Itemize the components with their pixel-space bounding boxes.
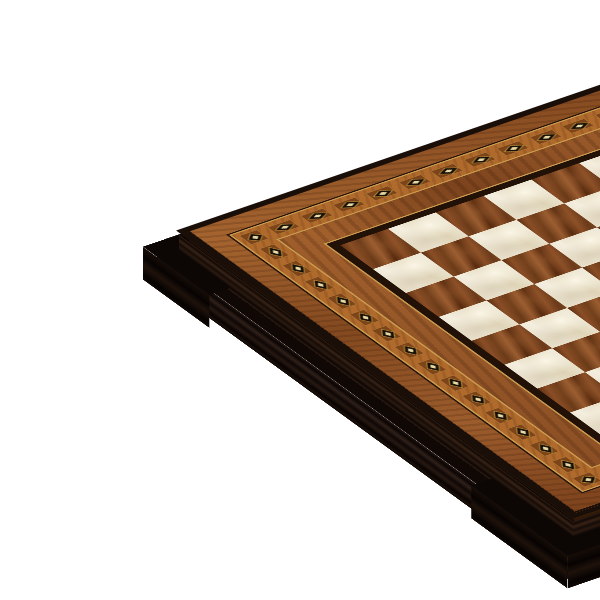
- inlay-diamond-core: [428, 364, 438, 370]
- inlay-diamond: [375, 327, 402, 342]
- inlay-diamond-outline: [371, 188, 395, 199]
- inlay-diamond-core: [377, 191, 388, 196]
- inlay-diamond: [285, 261, 312, 276]
- inlay-tile: [239, 230, 270, 245]
- inlay-diamond-core: [563, 462, 573, 468]
- inlay-diamond-outline: [535, 132, 559, 143]
- inlay-diamond: [510, 425, 537, 440]
- inlay-diamond-outline: [577, 474, 599, 485]
- inlay-diamond-outline: [489, 410, 511, 422]
- inlay-diamond: [465, 392, 492, 407]
- inlay-diamond-outline: [273, 222, 297, 233]
- inlay-diamond-core: [473, 397, 483, 403]
- inlay-diamond-core: [293, 266, 303, 272]
- inlay-diamond: [575, 473, 600, 486]
- inlay-diamond-outline: [557, 459, 579, 471]
- inlay-diamond-core: [443, 168, 454, 173]
- inlay-diamond-outline: [534, 442, 556, 454]
- inlay-diamond-core: [383, 331, 393, 337]
- inlay-diamond-core: [574, 123, 585, 128]
- inlay-diamond-core: [316, 282, 326, 288]
- inlay-diamond: [420, 359, 447, 374]
- inlay-diamond: [330, 294, 357, 309]
- inlay-diamond-outline: [310, 279, 332, 291]
- inlay-diamond-outline: [265, 246, 287, 258]
- inlay-diamond-core: [345, 202, 356, 207]
- inlay-tile: [594, 107, 600, 122]
- inlay-diamond-outline: [287, 262, 309, 274]
- inlay-diamond-outline: [332, 295, 354, 307]
- inlay-diamond: [397, 343, 424, 358]
- inlay-diamond: [307, 278, 334, 293]
- inlay-diamond: [442, 376, 469, 391]
- inlay-diamond-outline: [567, 120, 591, 131]
- inlay-diamond-core: [405, 348, 415, 354]
- inlay-diamond-outline: [502, 143, 526, 154]
- inlay-diamond-core: [495, 413, 505, 419]
- inlay-diamond-core: [279, 225, 290, 230]
- inlay-diamond-outline: [422, 361, 444, 373]
- inlay-diamond-core: [360, 315, 370, 321]
- inlay-diamond-outline: [444, 377, 466, 389]
- inlay-diamond-core: [476, 157, 487, 162]
- inlay-diamond: [555, 458, 582, 473]
- inlay-diamond-outline: [305, 210, 329, 221]
- inlay-diamond-outline: [399, 344, 421, 356]
- inlay-diamond-outline: [338, 199, 362, 210]
- inlay-diamond: [352, 310, 379, 325]
- inlay-diamond-core: [540, 446, 550, 452]
- inlay-diamond-core: [271, 249, 281, 255]
- inlay-diamond-outline: [244, 232, 266, 243]
- inlay-diamond-core: [508, 146, 519, 151]
- inlay-diamond-core: [338, 298, 348, 304]
- product-photo-stage: [0, 0, 600, 600]
- inlay-diamond-outline: [469, 154, 493, 165]
- inlay-diamond: [242, 231, 268, 244]
- inlay-diamond-core: [250, 235, 260, 240]
- inlay-diamond-core: [541, 135, 552, 140]
- inlay-diamond-core: [410, 180, 421, 185]
- inlay-diamond: [262, 245, 289, 260]
- inlay-diamond-core: [583, 477, 593, 482]
- inlay-tile: [572, 472, 600, 487]
- inlay-diamond-core: [450, 380, 460, 386]
- inlay-diamond-outline: [436, 165, 460, 176]
- inlay-diamond-core: [518, 429, 528, 435]
- inlay-diamond-outline: [467, 393, 489, 405]
- inlay-diamond: [487, 409, 514, 424]
- inlay-diamond-outline: [404, 177, 428, 188]
- inlay-diamond-outline: [354, 311, 376, 323]
- inlay-diamond-outline: [512, 426, 534, 438]
- inlay-diamond: [532, 441, 559, 456]
- inlay-diamond-core: [312, 213, 323, 218]
- inlay-diamond-outline: [377, 328, 399, 340]
